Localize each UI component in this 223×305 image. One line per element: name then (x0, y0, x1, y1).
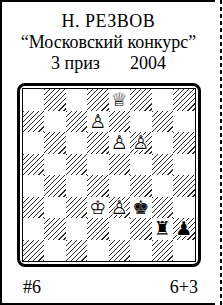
square-d3: ♔ (87, 197, 109, 219)
square-b3 (44, 197, 66, 219)
square-d7: ♙ (87, 111, 109, 133)
square-a7 (23, 111, 45, 133)
piece-white-king: ♔ (87, 197, 109, 219)
piece-white-pawn: ♙ (130, 132, 152, 154)
square-h6 (173, 132, 195, 154)
chess-board: ♕♙♙♙♔♙♚♜♟ (22, 88, 196, 262)
square-b7 (44, 111, 66, 133)
piece-black-pawn: ♟ (173, 218, 195, 240)
problem-header: Н. РЕЗВОВ “Московский конкурс” 3 приз 20… (2, 2, 215, 74)
board-area: ♕♙♙♙♔♙♚♜♟ (2, 83, 215, 267)
square-e1 (109, 240, 131, 262)
square-b8 (44, 89, 66, 111)
square-c5 (66, 154, 88, 176)
square-c4 (66, 175, 88, 197)
square-h3 (173, 197, 195, 219)
square-e5 (109, 154, 131, 176)
piece-white-queen: ♕ (109, 89, 131, 111)
square-d6 (87, 132, 109, 154)
square-g5 (152, 154, 174, 176)
piece-white-pawn: ♙ (109, 197, 131, 219)
square-g3 (152, 197, 174, 219)
piece-black-rook: ♜ (152, 218, 174, 240)
square-b4 (44, 175, 66, 197)
square-f4 (130, 175, 152, 197)
square-h2: ♟ (173, 218, 195, 240)
square-a4 (23, 175, 45, 197)
year-text: 2004 (130, 53, 166, 74)
square-f7 (130, 111, 152, 133)
stipulation-text: #6 (23, 277, 41, 298)
square-a5 (23, 154, 45, 176)
square-c7 (66, 111, 88, 133)
dashed-cut-line (220, 0, 222, 305)
square-g4 (152, 175, 174, 197)
square-c1 (66, 240, 88, 262)
square-a6 (23, 132, 45, 154)
square-a2 (23, 218, 45, 240)
piece-black-king: ♚ (130, 197, 152, 219)
square-f5 (130, 154, 152, 176)
square-g7 (152, 111, 174, 133)
piece-white-pawn: ♙ (109, 132, 131, 154)
square-g6 (152, 132, 174, 154)
square-d1 (87, 240, 109, 262)
square-c8 (66, 89, 88, 111)
square-h1 (173, 240, 195, 262)
square-b2 (44, 218, 66, 240)
event-name: “Московский конкурс” (2, 32, 215, 53)
problem-card: Н. РЕЗВОВ “Московский конкурс” 3 приз 20… (0, 0, 215, 305)
square-e4 (109, 175, 131, 197)
square-c6 (66, 132, 88, 154)
square-d4 (87, 175, 109, 197)
square-f1 (130, 240, 152, 262)
prize-text: 3 приз (51, 53, 100, 74)
square-b5 (44, 154, 66, 176)
square-c3 (66, 197, 88, 219)
square-h5 (173, 154, 195, 176)
square-d2 (87, 218, 109, 240)
square-h4 (173, 175, 195, 197)
square-e8: ♕ (109, 89, 131, 111)
square-d5 (87, 154, 109, 176)
square-e7 (109, 111, 131, 133)
square-d8 (87, 89, 109, 111)
square-f3: ♚ (130, 197, 152, 219)
square-e3: ♙ (109, 197, 131, 219)
square-b1 (44, 240, 66, 262)
square-e2 (109, 218, 131, 240)
square-c2 (66, 218, 88, 240)
square-f6: ♙ (130, 132, 152, 154)
piece-white-pawn: ♙ (87, 111, 109, 133)
prize-line: 3 приз 2004 (2, 53, 215, 74)
square-e6: ♙ (109, 132, 131, 154)
square-h8 (173, 89, 195, 111)
square-g1 (152, 240, 174, 262)
square-f2 (130, 218, 152, 240)
square-a1 (23, 240, 45, 262)
square-f8 (130, 89, 152, 111)
square-g8 (152, 89, 174, 111)
square-h7 (173, 111, 195, 133)
square-a3 (23, 197, 45, 219)
material-count-text: 6+3 (170, 277, 198, 298)
board-frame: ♕♙♙♙♔♙♚♜♟ (17, 83, 201, 267)
problem-clipping: Н. РЕЗВОВ “Московский конкурс” 3 приз 20… (0, 0, 223, 305)
caption-row: #6 6+3 (2, 277, 217, 298)
square-a8 (23, 89, 45, 111)
square-g2: ♜ (152, 218, 174, 240)
author-name: Н. РЕЗВОВ (2, 11, 215, 32)
square-b6 (44, 132, 66, 154)
